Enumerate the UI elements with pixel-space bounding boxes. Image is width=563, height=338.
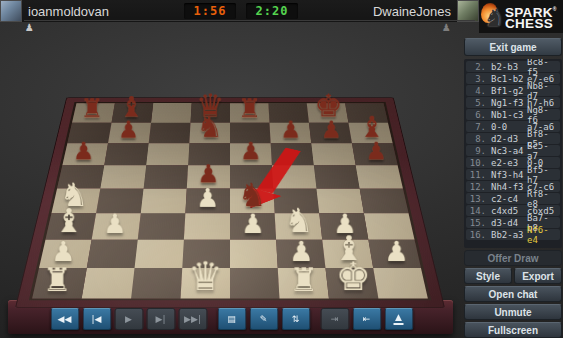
move-row[interactable]: 6.Nb1-c3Ng8-f6 — [466, 109, 560, 120]
step-back-button[interactable]: |◀ — [82, 308, 111, 330]
move-number: 6. — [469, 110, 486, 120]
square-e6[interactable]: ♟ — [230, 143, 272, 165]
square-e3[interactable]: ♟ — [230, 213, 276, 239]
move-number: 9. — [469, 146, 486, 156]
white-move[interactable]: Bf1-g2 — [491, 86, 527, 96]
white-move[interactable]: e2-e3 — [491, 158, 527, 168]
white-move[interactable]: d3-d4 — [491, 218, 527, 228]
white-move[interactable]: Ng1-f3 — [491, 98, 527, 108]
square-f5[interactable] — [271, 165, 316, 188]
sign-in-icon: ⇥ — [331, 314, 339, 324]
white-move[interactable]: Nh4-f3 — [491, 182, 527, 192]
black-player-name: DwaineJones — [367, 4, 457, 19]
square-c5[interactable] — [143, 165, 188, 188]
square-d1[interactable]: ♛ — [180, 268, 229, 298]
black-move[interactable]: Nf6-e4 — [527, 225, 557, 245]
eject-button[interactable]: ▲ — [384, 308, 413, 330]
white-player-clock: 1:56 — [184, 3, 236, 19]
pencil-icon: ✎ — [260, 314, 268, 324]
knight-icon: ♞ — [482, 5, 504, 31]
black-pawn-a6[interactable]: ♟ — [72, 139, 94, 163]
white-color-pawn-icon: ♟ — [25, 23, 34, 33]
white-move[interactable]: Nf3-h4 — [491, 170, 527, 180]
square-g5[interactable] — [313, 165, 359, 188]
move-number: 15. — [469, 218, 486, 228]
square-c6[interactable] — [146, 143, 189, 165]
square-a1[interactable]: ♜ — [32, 268, 87, 298]
square-f6[interactable] — [270, 143, 313, 165]
side-panel: Exit game 2.b2-b3Bc8-f53.Bc1-b2e7-e64.Bf… — [463, 36, 563, 338]
move-number: 12. — [469, 182, 486, 192]
chat-bubble-icon: ▤ — [227, 314, 236, 324]
style-button[interactable]: Style — [464, 268, 512, 284]
style-export-row: Style Export — [463, 266, 563, 284]
chat-bubble-button[interactable]: ▤ — [217, 308, 246, 330]
white-player-name: ioanmoldovan — [22, 4, 115, 19]
logo-word-chess: CHESS — [505, 16, 553, 31]
move-number: 13. — [469, 194, 486, 204]
square-c7[interactable] — [148, 123, 190, 144]
white-pawn-b3[interactable]: ♟ — [103, 211, 127, 238]
black-pawn-b7[interactable]: ♟ — [118, 118, 139, 142]
white-move[interactable]: d2-d3 — [491, 134, 527, 144]
square-c4[interactable] — [140, 189, 186, 214]
move-row[interactable]: 4.Bf1-g2Nb8-d7 — [466, 85, 560, 96]
square-b1[interactable] — [81, 268, 134, 298]
black-rook-e8[interactable]: ♜ — [238, 95, 261, 121]
square-b2[interactable] — [86, 240, 137, 268]
move-number: 8. — [469, 134, 486, 144]
move-number: 16. — [469, 230, 486, 240]
board-frame: ♜♝♛♜♚♟♞♟♟♝♟♟♟♟♞♟♞♝♟♟♞♟♟♟♝♟♜♛♜♚ — [15, 98, 445, 308]
square-c8[interactable] — [151, 103, 192, 122]
square-c2[interactable] — [134, 240, 183, 268]
move-row[interactable]: 13.c2-c4Rf8-e8 — [466, 193, 560, 204]
knight-flame-icon: ♞ — [479, 2, 505, 32]
white-knight-f3[interactable]: ♞ — [284, 204, 314, 237]
square-g6[interactable] — [311, 143, 355, 165]
white-move[interactable]: Nb1-c3 — [491, 110, 527, 120]
square-d7[interactable]: ♞ — [189, 123, 230, 144]
move-list[interactable]: 2.b2-b3Bc8-f53.Bc1-b2e7-e64.Bf1-g2Nb8-d7… — [464, 59, 562, 248]
exit-game-button[interactable]: Exit game — [464, 38, 562, 56]
fullscreen-button[interactable]: Fullscreen — [464, 322, 562, 338]
square-c3[interactable] — [137, 213, 185, 239]
square-d3[interactable] — [183, 213, 229, 239]
square-e8[interactable]: ♜ — [230, 103, 269, 122]
move-row[interactable]: 16.Bb2-a3Nf6-e4 — [466, 229, 560, 240]
square-g7[interactable]: ♟ — [308, 123, 351, 144]
white-rook-a1[interactable]: ♜ — [42, 263, 71, 296]
square-h1[interactable] — [373, 268, 428, 298]
square-c1[interactable] — [131, 268, 182, 298]
white-move[interactable]: Bc1-b2 — [491, 74, 527, 84]
white-queen-d1[interactable]: ♛ — [187, 257, 222, 296]
square-f7[interactable]: ♟ — [269, 123, 311, 144]
white-king-g1[interactable]: ♚ — [335, 257, 370, 296]
move-row[interactable]: 11.Nf3-h4Bf5-h7 — [466, 169, 560, 180]
black-knight-d7[interactable]: ♞ — [196, 112, 222, 141]
white-move[interactable]: c4xd5 — [491, 206, 527, 216]
square-h2[interactable]: ♟ — [368, 240, 421, 268]
square-h6[interactable]: ♟ — [351, 143, 397, 165]
export-button[interactable]: Export — [514, 268, 562, 284]
black-pawn-e6[interactable]: ♟ — [240, 139, 262, 163]
step-forward-button[interactable]: ▶| — [146, 308, 175, 330]
go-last-icon: ▶▶| — [184, 314, 201, 324]
white-rook-f1[interactable]: ♜ — [289, 263, 318, 296]
black-rook-a8[interactable]: ♜ — [80, 95, 103, 121]
registered-mark: ® — [553, 6, 557, 12]
square-h4[interactable] — [359, 189, 408, 214]
board-3d-tilt: ♜♝♛♜♚♟♞♟♟♝♟♟♟♟♞♟♞♝♟♟♞♟♟♟♝♟♜♛♜♚ — [15, 98, 445, 308]
move-row[interactable]: 2.b2-b3Bc8-f5 — [466, 61, 560, 72]
square-b5[interactable] — [100, 165, 146, 188]
offer-draw-button[interactable]: Offer Draw — [464, 250, 562, 266]
step-forward-icon: ▶| — [156, 314, 166, 324]
square-a6[interactable]: ♟ — [62, 143, 108, 165]
sign-in-button[interactable]: ⇥ — [320, 308, 349, 330]
logo-text: SPARK® CHESS — [505, 3, 557, 31]
play-icon: ▶ — [125, 314, 132, 324]
pencil-button[interactable]: ✎ — [249, 308, 278, 330]
go-first-icon: ◀◀ — [58, 314, 72, 324]
go-first-button[interactable]: ◀◀ — [50, 308, 79, 330]
square-b6[interactable] — [104, 143, 148, 165]
square-d4[interactable]: ♟ — [185, 189, 230, 214]
go-last-button[interactable]: ▶▶| — [178, 308, 207, 330]
unmute-button[interactable]: Unmute — [464, 304, 562, 320]
white-move[interactable]: Nc3-a4 — [491, 146, 527, 156]
square-b7[interactable]: ♟ — [108, 123, 151, 144]
move-number: 10. — [469, 158, 486, 168]
play-button[interactable]: ▶ — [114, 308, 143, 330]
playback-toolbar: ◀◀|◀▶▶|▶▶|▤✎⇅⇥⇤▲ — [50, 308, 413, 330]
square-b3[interactable]: ♟ — [91, 213, 140, 239]
black-knight-e4[interactable]: ♞ — [237, 179, 266, 211]
move-number: 2. — [469, 62, 486, 72]
square-e1[interactable] — [230, 268, 279, 298]
white-move[interactable]: Bb2-a3 — [491, 230, 527, 240]
white-move[interactable]: 0-0 — [491, 122, 527, 132]
eject-icon: ▲ — [393, 313, 404, 324]
move-number: 11. — [469, 170, 486, 180]
white-pawn-h2[interactable]: ♟ — [384, 238, 409, 266]
square-f1[interactable]: ♜ — [277, 268, 328, 298]
move-number: 4. — [469, 86, 486, 96]
black-color-pawn-icon: ♟ — [442, 23, 451, 33]
move-row[interactable]: 9.Nc3-a4Bc5-a7 — [466, 145, 560, 156]
square-g1[interactable]: ♚ — [325, 268, 378, 298]
black-pawn-f7[interactable]: ♟ — [280, 118, 301, 142]
flip-board-icon: ⇅ — [292, 314, 300, 324]
move-number: 3. — [469, 74, 486, 84]
sign-out-button[interactable]: ⇤ — [352, 308, 381, 330]
white-pawn-d4[interactable]: ♟ — [196, 185, 219, 211]
white-move[interactable]: c2-c4 — [491, 194, 527, 204]
flip-board-button[interactable]: ⇅ — [281, 308, 310, 330]
black-player-clock: 2:20 — [246, 3, 298, 19]
square-h5[interactable] — [355, 165, 402, 188]
open-chat-button[interactable]: Open chat — [464, 286, 562, 302]
white-bishop-a3[interactable]: ♝ — [54, 204, 84, 237]
square-e2[interactable] — [230, 240, 278, 268]
square-a8[interactable]: ♜ — [72, 103, 115, 122]
white-player-avatar[interactable] — [0, 0, 22, 22]
move-number: 7. — [469, 122, 486, 132]
sign-out-icon: ⇤ — [363, 314, 371, 324]
sparkchess-app: ioanmoldovan 1:56 2:20 DwaineJones ♟ ♟ ♞… — [0, 0, 563, 338]
white-move[interactable]: b2-b3 — [491, 62, 527, 72]
sparkchess-logo: ♞ SPARK® CHESS — [479, 0, 563, 33]
step-back-icon: |◀ — [92, 314, 102, 324]
white-pawn-e3[interactable]: ♟ — [241, 211, 265, 238]
black-pawn-h6[interactable]: ♟ — [365, 139, 387, 163]
board-scene: ♜♝♛♜♚♟♞♟♟♝♟♟♟♟♞♟♞♝♟♟♞♟♟♟♝♟♜♛♜♚ ◀◀|◀▶▶|▶▶… — [0, 22, 463, 338]
black-player-avatar[interactable] — [457, 0, 479, 22]
move-number: 14. — [469, 206, 486, 216]
black-pawn-g7[interactable]: ♟ — [320, 118, 341, 142]
move-number: 5. — [469, 98, 486, 108]
chess-board[interactable]: ♜♝♛♜♚♟♞♟♟♝♟♟♟♟♞♟♞♝♟♟♞♟♟♟♝♟♜♛♜♚ — [32, 103, 428, 298]
